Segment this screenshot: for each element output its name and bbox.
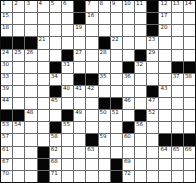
grid-cell[interactable] [38, 134, 49, 145]
grid-cell[interactable] [111, 25, 122, 36]
grid-cell[interactable] [99, 13, 110, 24]
grid-cell[interactable] [25, 147, 36, 158]
grid-cell[interactable] [135, 74, 146, 85]
clue-number: 2 [14, 0, 18, 7]
grid-cell[interactable] [74, 159, 85, 170]
clue-number: 42 [87, 85, 94, 92]
grid-cell[interactable] [184, 13, 195, 24]
grid-cell[interactable]: 67 [1, 159, 12, 170]
grid-cell[interactable] [74, 62, 85, 73]
black-cell [74, 13, 85, 24]
clue-number: 9 [112, 0, 116, 7]
grid-cell[interactable] [74, 98, 85, 109]
grid-cell[interactable] [99, 171, 110, 182]
black-cell [111, 159, 122, 170]
grid-cell[interactable]: 24 [1, 50, 12, 61]
grid-cell[interactable] [135, 98, 146, 109]
grid-cell[interactable] [25, 13, 36, 24]
clue-number: 28 [100, 49, 107, 56]
grid-cell[interactable]: 28 [99, 50, 110, 61]
clue-number: 5 [51, 0, 55, 7]
clue-number: 65 [173, 146, 180, 153]
grid-cell[interactable] [50, 25, 61, 36]
clue-number: 36 [124, 73, 131, 80]
grid-cell[interactable] [74, 134, 85, 145]
grid-cell[interactable] [147, 171, 158, 182]
grid-cell[interactable] [74, 147, 85, 158]
grid-cell[interactable] [99, 62, 110, 73]
clue-number: 17 [160, 12, 167, 19]
grid-cell[interactable]: 45 [50, 98, 61, 109]
grid-cell[interactable] [86, 50, 97, 61]
grid-cell[interactable] [13, 74, 24, 85]
clue-number: 37 [173, 73, 180, 80]
grid-cell[interactable] [147, 74, 158, 85]
grid-cell[interactable]: 15 [1, 13, 12, 24]
black-cell [38, 147, 49, 158]
grid-cell[interactable] [74, 37, 85, 48]
grid-cell[interactable]: 29 [147, 50, 158, 61]
grid-cell[interactable] [184, 25, 195, 36]
grid-cell[interactable]: 55 [62, 122, 73, 133]
grid-cell[interactable]: 31 [62, 62, 73, 73]
clue-number: 46 [124, 97, 131, 104]
black-cell [86, 74, 97, 85]
clue-number: 71 [51, 170, 58, 177]
grid-cell[interactable] [50, 13, 61, 24]
grid-cell[interactable] [111, 62, 122, 73]
grid-cell[interactable] [111, 50, 122, 61]
clue-number: 29 [148, 49, 155, 56]
grid-cell[interactable] [13, 147, 24, 158]
black-cell [99, 98, 110, 109]
grid-cell[interactable] [159, 50, 170, 61]
grid-cell[interactable] [172, 13, 183, 24]
grid-cell[interactable] [111, 122, 122, 133]
grid-cell[interactable] [86, 122, 97, 133]
grid-cell[interactable] [62, 159, 73, 170]
black-cell [38, 159, 49, 170]
clue-number: 41 [75, 85, 82, 92]
grid-cell[interactable]: 30 [1, 62, 12, 73]
grid-cell[interactable]: 38 [184, 74, 195, 85]
clue-number: 53 [2, 121, 9, 128]
grid-cell[interactable] [25, 134, 36, 145]
clue-number: 67 [2, 158, 9, 165]
grid-cell[interactable]: 9 [111, 1, 122, 12]
grid-cell[interactable] [13, 62, 24, 73]
grid-cell[interactable] [159, 110, 170, 121]
black-cell [184, 62, 195, 73]
black-cell [86, 134, 97, 145]
grid-cell[interactable] [123, 147, 134, 158]
black-cell [13, 110, 24, 121]
grid-cell[interactable] [86, 62, 97, 73]
grid-cell[interactable] [25, 74, 36, 85]
clue-number: 58 [51, 133, 58, 140]
grid-cell[interactable] [86, 110, 97, 121]
clue-number: 34 [51, 73, 58, 80]
clue-number: 63 [87, 146, 94, 153]
black-cell [74, 1, 85, 12]
clue-number: 48 [26, 109, 33, 116]
clue-number: 69 [124, 158, 131, 165]
grid-cell[interactable] [86, 171, 97, 182]
clue-number: 61 [2, 146, 9, 153]
grid-cell[interactable]: 49 [74, 110, 85, 121]
grid-cell[interactable] [159, 62, 170, 73]
grid-cell[interactable] [25, 159, 36, 170]
black-cell [74, 74, 85, 85]
grid-cell[interactable]: 21 [38, 37, 49, 48]
clue-number: 27 [75, 49, 82, 56]
grid-cell[interactable] [135, 147, 146, 158]
grid-cell[interactable]: 56 [135, 122, 146, 133]
clue-number: 57 [2, 133, 9, 140]
crossword-grid: 1234567891011121314151617181920212223242… [0, 0, 196, 183]
grid-cell[interactable] [123, 37, 134, 48]
grid-cell[interactable]: 4 [38, 1, 49, 12]
grid-cell[interactable]: 70 [1, 171, 12, 182]
grid-cell[interactable]: 46 [123, 98, 134, 109]
clue-number: 64 [160, 146, 167, 153]
grid-cell[interactable]: 53 [1, 122, 12, 133]
grid-cell[interactable] [135, 37, 146, 48]
grid-cell[interactable]: 61 [1, 147, 12, 158]
grid-cell[interactable]: 2 [13, 1, 24, 12]
grid-cell[interactable] [38, 110, 49, 121]
grid-cell[interactable] [38, 74, 49, 85]
grid-cell[interactable] [135, 13, 146, 24]
clue-number: 50 [100, 109, 107, 116]
clue-number: 10 [124, 0, 131, 7]
grid-cell[interactable] [74, 171, 85, 182]
grid-cell[interactable] [62, 74, 73, 85]
grid-cell[interactable] [13, 13, 24, 24]
grid-cell[interactable] [25, 122, 36, 133]
grid-cell[interactable] [159, 37, 170, 48]
grid-cell[interactable] [86, 159, 97, 170]
grid-cell[interactable] [111, 134, 122, 145]
grid-cell[interactable]: 68 [50, 159, 61, 170]
grid-cell[interactable]: 5 [50, 1, 61, 12]
black-cell [111, 98, 122, 109]
grid-cell[interactable] [62, 37, 73, 48]
grid-cell[interactable] [184, 171, 195, 182]
clue-number: 62 [51, 146, 58, 153]
grid-cell[interactable] [62, 25, 73, 36]
grid-cell[interactable]: 35 [99, 74, 110, 85]
grid-cell[interactable]: 3 [25, 1, 36, 12]
clue-number: 40 [63, 85, 70, 92]
grid-cell[interactable] [38, 25, 49, 36]
grid-cell[interactable] [159, 98, 170, 109]
clue-number: 4 [39, 0, 43, 7]
grid-cell[interactable] [74, 122, 85, 133]
grid-cell[interactable] [62, 98, 73, 109]
clue-number: 60 [124, 133, 131, 140]
grid-cell[interactable]: 66 [184, 147, 195, 158]
clue-number: 16 [87, 12, 94, 19]
grid-cell[interactable] [38, 13, 49, 24]
grid-cell[interactable] [172, 86, 183, 97]
clue-number: 21 [39, 36, 46, 43]
clue-number: 3 [26, 0, 30, 7]
grid-cell[interactable] [159, 122, 170, 133]
clue-number: 13 [173, 0, 180, 7]
grid-cell[interactable] [50, 110, 61, 121]
clue-number: 66 [185, 146, 192, 153]
grid-cell[interactable]: 18 [1, 25, 12, 36]
grid-cell[interactable]: 69 [123, 159, 134, 170]
clue-number: 20 [160, 24, 167, 31]
grid-cell[interactable] [172, 171, 183, 182]
grid-cell[interactable] [147, 159, 158, 170]
grid-cell[interactable] [135, 86, 146, 97]
grid-cell[interactable] [13, 98, 24, 109]
grid-cell[interactable]: 60 [123, 134, 134, 145]
grid-cell[interactable]: 32 [135, 62, 146, 73]
black-cell [1, 110, 12, 121]
grid-cell[interactable] [159, 159, 170, 170]
clue-number: 72 [124, 170, 131, 177]
grid-cell[interactable] [13, 159, 24, 170]
grid-cell[interactable] [184, 37, 195, 48]
grid-cell[interactable]: 37 [172, 74, 183, 85]
grid-cell[interactable]: 20 [159, 25, 170, 36]
grid-cell[interactable] [172, 50, 183, 61]
grid-cell[interactable] [13, 171, 24, 182]
grid-cell[interactable]: 16 [86, 13, 97, 24]
clue-number: 12 [160, 0, 167, 7]
grid-cell[interactable] [135, 134, 146, 145]
black-cell [111, 171, 122, 182]
grid-cell[interactable]: 13 [172, 1, 183, 12]
grid-cell[interactable] [25, 25, 36, 36]
grid-cell[interactable]: 44 [1, 98, 12, 109]
grid-cell[interactable] [135, 159, 146, 170]
clue-number: 70 [2, 170, 9, 177]
grid-cell[interactable] [159, 74, 170, 85]
grid-cell[interactable]: 72 [123, 171, 134, 182]
black-cell [147, 86, 158, 97]
clue-number: 43 [160, 85, 167, 92]
grid-cell[interactable] [38, 122, 49, 133]
grid-cell[interactable]: 59 [99, 134, 110, 145]
grid-cell[interactable]: 36 [123, 74, 134, 85]
grid-cell[interactable]: 11 [135, 1, 146, 12]
grid-cell[interactable]: 62 [50, 147, 61, 158]
grid-cell[interactable] [147, 62, 158, 73]
black-cell [50, 86, 61, 97]
grid-cell[interactable] [147, 122, 158, 133]
grid-cell[interactable] [135, 171, 146, 182]
grid-cell[interactable] [86, 25, 97, 36]
grid-cell[interactable]: 40 [62, 86, 73, 97]
grid-cell[interactable]: 54 [13, 122, 24, 133]
grid-cell[interactable] [123, 13, 134, 24]
grid-cell[interactable] [99, 147, 110, 158]
grid-cell[interactable]: 22 [111, 37, 122, 48]
grid-cell[interactable]: 42 [86, 86, 97, 97]
grid-cell[interactable]: 43 [159, 86, 170, 97]
clue-number: 31 [63, 61, 70, 68]
grid-cell[interactable] [62, 13, 73, 24]
grid-cell[interactable]: 47 [147, 98, 158, 109]
black-cell [135, 110, 146, 121]
grid-cell[interactable]: 34 [50, 74, 61, 85]
black-cell [147, 1, 158, 12]
grid-cell[interactable]: 14 [184, 1, 195, 12]
grid-cell[interactable] [50, 37, 61, 48]
black-cell [25, 37, 36, 48]
grid-cell[interactable]: 6 [62, 1, 73, 12]
grid-cell[interactable] [86, 37, 97, 48]
black-cell [123, 62, 134, 73]
black-cell [172, 134, 183, 145]
grid-cell[interactable] [172, 98, 183, 109]
grid-cell[interactable] [99, 86, 110, 97]
black-cell [123, 122, 134, 133]
clue-number: 38 [185, 73, 192, 80]
grid-cell[interactable] [111, 147, 122, 158]
grid-cell[interactable]: 10 [123, 1, 134, 12]
grid-cell[interactable] [38, 50, 49, 61]
clue-number: 68 [51, 158, 58, 165]
clue-number: 11 [136, 0, 143, 7]
grid-cell[interactable] [172, 110, 183, 121]
grid-cell[interactable]: 57 [1, 134, 12, 145]
grid-cell[interactable]: 64 [159, 147, 170, 158]
clue-number: 33 [2, 73, 9, 80]
black-cell [99, 37, 110, 48]
grid-cell[interactable]: 23 [147, 37, 158, 48]
clue-number: 59 [100, 133, 107, 140]
grid-cell[interactable] [99, 159, 110, 170]
grid-cell[interactable]: 19 [74, 25, 85, 36]
grid-cell[interactable] [38, 98, 49, 109]
grid-cell[interactable]: 26 [25, 50, 36, 61]
black-cell [13, 37, 24, 48]
grid-cell[interactable] [25, 86, 36, 97]
grid-cell[interactable] [172, 37, 183, 48]
grid-cell[interactable] [172, 122, 183, 133]
grid-cell[interactable] [147, 134, 158, 145]
clue-number: 6 [63, 0, 67, 7]
grid-cell[interactable] [123, 110, 134, 121]
grid-cell[interactable] [184, 50, 195, 61]
grid-cell[interactable] [184, 110, 195, 121]
grid-cell[interactable] [62, 147, 73, 158]
grid-cell[interactable]: 17 [159, 13, 170, 24]
grid-cell[interactable] [123, 50, 134, 61]
grid-cell[interactable]: 12 [159, 1, 170, 12]
grid-cell[interactable] [111, 13, 122, 24]
clue-number: 14 [185, 0, 192, 7]
grid-cell[interactable] [184, 159, 195, 170]
black-cell [159, 134, 170, 145]
black-cell [147, 25, 158, 36]
grid-cell[interactable] [159, 171, 170, 182]
grid-cell[interactable] [184, 98, 195, 109]
black-cell [62, 110, 73, 121]
grid-cell[interactable] [111, 74, 122, 85]
grid-cell[interactable]: 1 [1, 1, 12, 12]
grid-cell[interactable]: 48 [25, 110, 36, 121]
grid-cell[interactable]: 7 [86, 1, 97, 12]
black-cell [50, 62, 61, 73]
grid-cell[interactable] [147, 147, 158, 158]
grid-cell[interactable] [38, 62, 49, 73]
grid-cell[interactable]: 51 [111, 110, 122, 121]
clue-number: 52 [148, 109, 155, 116]
clue-number: 25 [14, 49, 21, 56]
grid-cell[interactable] [172, 159, 183, 170]
grid-cell[interactable]: 65 [172, 147, 183, 158]
black-cell [38, 171, 49, 182]
grid-cell[interactable] [184, 86, 195, 97]
grid-cell[interactable] [25, 171, 36, 182]
grid-cell[interactable]: 58 [50, 134, 61, 145]
grid-cell[interactable] [111, 86, 122, 97]
clue-number: 32 [136, 61, 143, 68]
grid-cell[interactable] [184, 122, 195, 133]
grid-cell[interactable] [99, 122, 110, 133]
clue-number: 22 [112, 36, 119, 43]
grid-cell[interactable] [62, 171, 73, 182]
black-cell [50, 122, 61, 133]
grid-cell[interactable]: 39 [1, 86, 12, 97]
grid-cell[interactable] [123, 25, 134, 36]
grid-cell[interactable] [62, 134, 73, 145]
black-cell [62, 50, 73, 61]
clue-number: 23 [148, 36, 155, 43]
grid-cell[interactable]: 27 [74, 50, 85, 61]
clue-number: 49 [75, 109, 82, 116]
grid-cell[interactable] [13, 86, 24, 97]
clue-number: 24 [2, 49, 9, 56]
clue-number: 55 [63, 121, 70, 128]
grid-cell[interactable] [86, 98, 97, 109]
grid-cell[interactable] [25, 62, 36, 73]
clue-number: 8 [100, 0, 104, 7]
grid-cell[interactable]: 50 [99, 110, 110, 121]
clue-number: 19 [75, 24, 82, 31]
grid-cell[interactable] [99, 25, 110, 36]
clue-number: 44 [2, 97, 9, 104]
grid-cell[interactable] [50, 50, 61, 61]
crossword-puzzle: 1234567891011121314151617181920212223242… [0, 0, 196, 183]
grid-cell[interactable]: 33 [1, 74, 12, 85]
grid-cell[interactable] [38, 86, 49, 97]
grid-cell[interactable]: 63 [86, 147, 97, 158]
grid-cell[interactable] [13, 25, 24, 36]
clue-number: 18 [2, 24, 9, 31]
grid-cell[interactable]: 71 [50, 171, 61, 182]
grid-cell[interactable]: 25 [13, 50, 24, 61]
black-cell [1, 37, 12, 48]
grid-cell[interactable] [25, 98, 36, 109]
grid-cell[interactable] [13, 134, 24, 145]
grid-cell[interactable] [135, 25, 146, 36]
grid-cell[interactable]: 41 [74, 86, 85, 97]
black-cell [135, 50, 146, 61]
grid-cell[interactable] [123, 86, 134, 97]
grid-cell[interactable]: 8 [99, 1, 110, 12]
grid-cell[interactable]: 52 [147, 110, 158, 121]
grid-cell[interactable] [172, 25, 183, 36]
clue-number: 26 [26, 49, 33, 56]
